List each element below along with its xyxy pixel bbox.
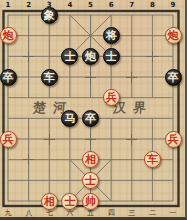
- piece-red-soldier[interactable]: 兵: [165, 131, 182, 148]
- point-mark: [85, 72, 96, 83]
- piece-black-general[interactable]: 将: [103, 27, 120, 44]
- file-label-top-5: 5: [85, 0, 97, 10]
- point-mark: [44, 134, 55, 145]
- piece-red-general[interactable]: 帅: [82, 193, 99, 210]
- piece-red-cannon[interactable]: 炮: [0, 27, 17, 44]
- file-label-bottom-8: 二: [146, 208, 158, 218]
- piece-black-soldier[interactable]: 卒: [165, 69, 182, 86]
- piece-black-cannon[interactable]: 炮: [82, 48, 99, 65]
- file-label-bottom-1: 九: [2, 208, 14, 218]
- file-label-bottom-7: 三: [126, 208, 138, 218]
- piece-red-elephant[interactable]: 相: [41, 193, 58, 210]
- file-label-top-7: 7: [126, 0, 138, 10]
- xiangqi-board: 楚河 汉界 象炮将炮士炮士卒车卒兵马卒兵兵相车士相士帅 123456789九八七…: [0, 0, 187, 220]
- file-label-bottom-4: 六: [64, 208, 76, 218]
- point-mark: [126, 134, 137, 145]
- point-mark: [23, 51, 34, 62]
- piece-red-soldier[interactable]: 兵: [0, 131, 17, 148]
- piece-red-soldier[interactable]: 兵: [103, 89, 120, 106]
- piece-red-advisor[interactable]: 士: [82, 172, 99, 189]
- file-label-bottom-2: 八: [23, 208, 35, 218]
- file-label-top-4: 4: [64, 0, 76, 10]
- file-label-bottom-5: 五: [85, 208, 97, 218]
- point-mark: [23, 154, 34, 165]
- piece-black-chariot[interactable]: 车: [41, 69, 58, 86]
- piece-black-advisor[interactable]: 士: [103, 48, 120, 65]
- file-label-bottom-9: 一: [167, 208, 179, 218]
- file-label-top-2: 2: [23, 0, 35, 10]
- file-label-top-8: 8: [146, 0, 158, 10]
- piece-red-cannon[interactable]: 炮: [165, 27, 182, 44]
- piece-red-advisor[interactable]: 士: [61, 193, 78, 210]
- file-label-top-1: 1: [2, 0, 14, 10]
- point-mark: [85, 134, 96, 145]
- piece-red-chariot[interactable]: 车: [144, 151, 161, 168]
- file-label-bottom-3: 七: [43, 208, 55, 218]
- piece-black-soldier[interactable]: 卒: [82, 110, 99, 127]
- point-mark: [147, 51, 158, 62]
- file-label-top-9: 9: [167, 0, 179, 10]
- file-label-bottom-6: 四: [105, 208, 117, 218]
- file-label-top-6: 6: [105, 0, 117, 10]
- point-mark: [126, 72, 137, 83]
- file-label-top-3: 3: [43, 0, 55, 10]
- piece-black-soldier[interactable]: 卒: [0, 69, 17, 86]
